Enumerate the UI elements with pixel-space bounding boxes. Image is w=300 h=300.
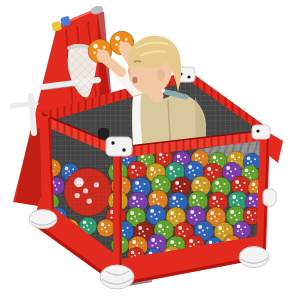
corner-clamp-black: [98, 128, 109, 139]
toddler-hand: [97, 50, 110, 63]
right-post-clip: [263, 189, 276, 206]
scene-svg: [0, 0, 300, 300]
tube-vertical: [31, 96, 34, 133]
connector-screw: [111, 141, 114, 144]
front-foot: [100, 265, 134, 289]
right-corner-connector: [252, 125, 270, 139]
connector-screw: [256, 129, 259, 132]
toddler-mouth: [132, 77, 137, 83]
right-foot: [239, 247, 269, 268]
product-photo: [0, 0, 300, 300]
connector-screw: [187, 75, 190, 78]
connector-screw: [122, 148, 125, 151]
toddler-ear: [157, 69, 165, 81]
toddler-hand: [119, 42, 132, 55]
front-corner-connector: [106, 137, 132, 156]
